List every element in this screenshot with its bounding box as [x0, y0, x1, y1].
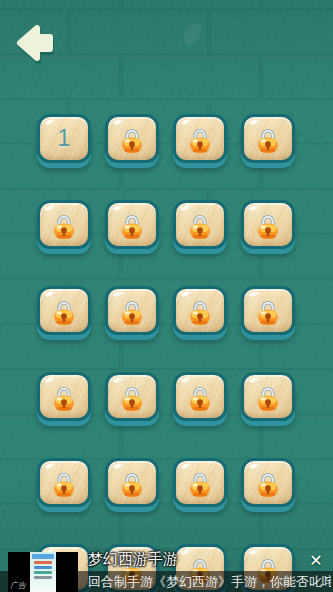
level-button-2[interactable] [105, 114, 159, 163]
lock-icon [187, 126, 213, 154]
lock-icon [255, 212, 281, 240]
brick [262, 0, 333, 9]
ad-poster-image [30, 552, 56, 592]
ad-close-button[interactable]: ✕ [306, 551, 326, 571]
level-button-3[interactable] [173, 114, 227, 163]
lock-icon [255, 298, 281, 326]
lock-icon [187, 298, 213, 326]
poster-bar [32, 554, 54, 559]
lock-icon [51, 384, 77, 412]
ad-thumbnail[interactable]: 广告 [8, 552, 78, 592]
lock-icon [51, 470, 77, 498]
level-button-7[interactable] [173, 200, 227, 249]
lock-icon [255, 384, 281, 412]
lock-icon [187, 384, 213, 412]
level-button-17[interactable] [37, 458, 91, 507]
lock-icon [255, 126, 281, 154]
ad-banner[interactable]: 广告 梦幻西游手游 回合制手游《梦幻西游》手游，你能否叱咤... ✕ [0, 550, 333, 592]
level-button-20[interactable] [241, 458, 295, 507]
ad-subtitle[interactable]: 回合制手游《梦幻西游》手游，你能否叱咤... [88, 571, 331, 592]
level-button-19[interactable] [173, 458, 227, 507]
brick [262, 56, 333, 99]
poster-bar [34, 571, 52, 574]
brick [0, 0, 120, 9]
level-button-16[interactable] [241, 372, 295, 421]
ad-title[interactable]: 梦幻西游手游 [88, 550, 178, 569]
poster-bar [34, 566, 52, 569]
ad-label: 广告 [10, 580, 26, 591]
level-button-13[interactable] [37, 372, 91, 421]
brick [122, 56, 260, 99]
lock-icon [187, 212, 213, 240]
lock-icon [119, 126, 145, 154]
lock-icon [187, 470, 213, 498]
lock-icon [119, 470, 145, 498]
back-arrow-icon [12, 55, 58, 72]
level-button-18[interactable] [105, 458, 159, 507]
level-grid: 1 [37, 114, 295, 592]
lock-icon [119, 384, 145, 412]
lock-icon [119, 298, 145, 326]
level-select-screen: 1 广告 梦幻西游手游 回合制手游《梦幻西游》手游，你能否叱咤... ✕ [0, 0, 333, 592]
level-button-9[interactable] [37, 286, 91, 335]
lock-icon [255, 470, 281, 498]
level-button-5[interactable] [37, 200, 91, 249]
lock-icon [51, 298, 77, 326]
lock-icon [119, 212, 145, 240]
level-button-6[interactable] [105, 200, 159, 249]
level-button-8[interactable] [241, 200, 295, 249]
level-button-1[interactable]: 1 [37, 114, 91, 163]
level-button-4[interactable] [241, 114, 295, 163]
level-button-11[interactable] [173, 286, 227, 335]
poster-bar [34, 576, 52, 579]
lock-icon [51, 212, 77, 240]
level-button-14[interactable] [105, 372, 159, 421]
level-button-10[interactable] [105, 286, 159, 335]
brick [210, 11, 333, 54]
brick [122, 0, 260, 9]
level-button-12[interactable] [241, 286, 295, 335]
level-button-15[interactable] [173, 372, 227, 421]
level-number: 1 [58, 125, 71, 152]
poster-bar [34, 561, 52, 564]
back-button[interactable] [12, 19, 60, 71]
